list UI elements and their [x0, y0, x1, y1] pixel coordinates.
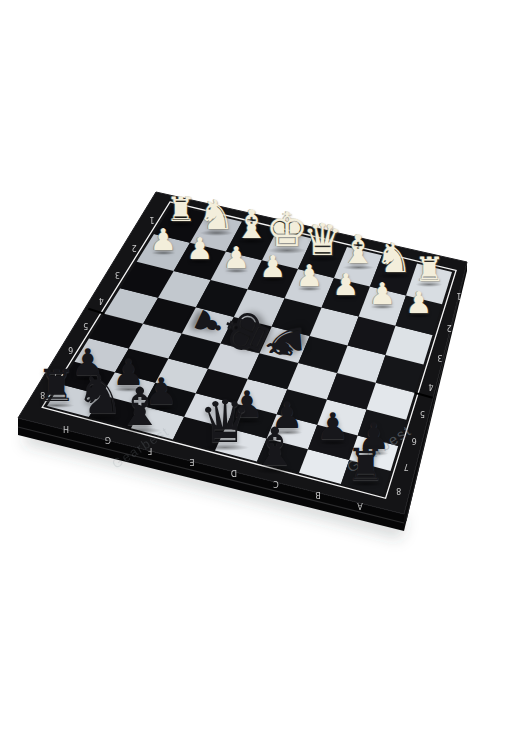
black-rook-a8: ♜	[344, 443, 388, 487]
white-bishop-c1: ♝	[338, 230, 378, 270]
white-rook-a1: ♜	[413, 253, 446, 286]
white-pawn-a2: ♟	[404, 288, 434, 318]
piece-layer: ♜♞♝♛♚♝♞♜♟♟♟♟♟♟♟♟♜♞♝♛♝♜♟♟♟♟♟♟♟♚♞♟	[0, 0, 511, 737]
chess-set-product-photo[interactable]: HGFEDCBA8877665544332211 Gearbest Gearbe…	[0, 0, 511, 737]
white-pawn-b2: ♟	[368, 279, 398, 309]
white-knight-g1: ♞	[196, 195, 237, 236]
white-pawn-h2: ♟	[149, 225, 179, 255]
white-pawn-f2: ♟	[222, 243, 252, 273]
black-bishop-c8: ♝	[248, 421, 301, 474]
white-pawn-g2: ♟	[185, 234, 215, 264]
white-pawn-d2: ♟	[295, 261, 325, 291]
white-knight-b1: ♞	[373, 238, 414, 279]
black-knight-d4: ♞	[259, 317, 310, 368]
white-pawn-e2: ♟	[258, 252, 288, 282]
black-bishop-f8: ♝	[113, 381, 166, 434]
black-queen-d8: ♛	[196, 392, 255, 451]
white-pawn-c2: ♟	[331, 270, 361, 300]
